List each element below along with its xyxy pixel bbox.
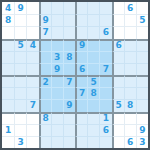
cell-r8c4[interactable]	[39, 87, 51, 99]
cell-r6c3[interactable]	[26, 63, 38, 75]
cell-r10c3[interactable]	[26, 112, 38, 124]
cell-r4c8[interactable]	[87, 39, 99, 51]
cell-r6c12[interactable]	[136, 63, 148, 75]
cell-r9c12[interactable]	[136, 99, 148, 111]
cell-r5c4[interactable]	[39, 51, 51, 63]
cell-r12c7[interactable]	[75, 136, 87, 148]
given-digit: 5	[115, 101, 121, 110]
given-digit: 8	[42, 114, 48, 123]
cell-r7c9[interactable]	[99, 75, 111, 87]
cell-r1c2[interactable]: 9	[14, 2, 26, 14]
given-digit: 9	[18, 4, 24, 13]
cell-r7c3[interactable]	[26, 75, 38, 87]
cell-r8c12[interactable]	[136, 87, 148, 99]
cell-r5c11[interactable]	[124, 51, 136, 63]
given-digit: 1	[103, 114, 109, 123]
given-digit: 1	[5, 126, 11, 135]
cell-r8c6[interactable]	[63, 87, 75, 99]
cell-r9c3[interactable]: 7	[26, 99, 38, 111]
cell-r10c12[interactable]	[136, 112, 148, 124]
cell-r5c3[interactable]	[26, 51, 38, 63]
cell-r2c7[interactable]	[75, 14, 87, 26]
cell-r2c9[interactable]	[99, 14, 111, 26]
given-digit: 6	[79, 65, 85, 74]
cell-r2c11[interactable]	[124, 14, 136, 26]
cell-r6c11[interactable]	[124, 63, 136, 75]
given-digit: 4	[30, 41, 36, 50]
cell-r8c7[interactable]: 7	[75, 87, 87, 99]
cell-r6c9[interactable]: 7	[99, 63, 111, 75]
cell-r2c8[interactable]	[87, 14, 99, 26]
given-digit: 6	[127, 138, 133, 147]
cell-r9c7[interactable]	[75, 99, 87, 111]
cell-r8c3[interactable]	[26, 87, 38, 99]
cell-r11c3[interactable]	[26, 124, 38, 136]
cell-r10c2[interactable]	[14, 112, 26, 124]
cell-r1c9[interactable]	[99, 2, 111, 14]
cell-r8c2[interactable]	[14, 87, 26, 99]
cell-r3c7[interactable]	[75, 26, 87, 38]
cell-r3c11[interactable]	[124, 26, 136, 38]
cell-r2c2[interactable]	[14, 14, 26, 26]
cell-r10c11[interactable]	[124, 112, 136, 124]
cell-r3c1[interactable]	[2, 26, 14, 38]
given-digit: 6	[103, 126, 109, 135]
cell-r3c5[interactable]	[51, 26, 63, 38]
cell-r8c10[interactable]	[112, 87, 124, 99]
given-digit: 9	[66, 101, 72, 110]
cell-r3c9[interactable]: 6	[99, 26, 111, 38]
given-digit: 6	[127, 4, 133, 13]
cell-r1c11[interactable]: 6	[124, 2, 136, 14]
cell-r8c8[interactable]: 8	[87, 87, 99, 99]
cell-r4c3[interactable]: 4	[26, 39, 38, 51]
cell-r11c10[interactable]	[112, 124, 124, 136]
given-digit: 7	[79, 89, 85, 98]
given-digit: 7	[42, 28, 48, 37]
cell-r2c3[interactable]	[26, 14, 38, 26]
cell-r6c8[interactable]	[87, 63, 99, 75]
given-digit: 6	[103, 28, 109, 37]
given-digit: 8	[66, 53, 72, 62]
cell-r5c6[interactable]: 8	[63, 51, 75, 63]
cell-r9c5[interactable]	[51, 99, 63, 111]
cell-r1c12[interactable]	[136, 2, 148, 14]
cell-r12c9[interactable]	[99, 136, 111, 148]
cell-r11c2[interactable]	[14, 124, 26, 136]
given-digit: 6	[115, 41, 121, 50]
cell-r2c12[interactable]: 5	[136, 14, 148, 26]
given-digit: 9	[42, 16, 48, 25]
cell-r6c6[interactable]	[63, 63, 75, 75]
given-digit: 9	[54, 65, 60, 74]
cell-r11c5[interactable]	[51, 124, 63, 136]
cell-r10c8[interactable]	[87, 112, 99, 124]
given-digit: 4	[5, 4, 11, 13]
given-digit: 7	[66, 78, 72, 87]
sudoku-board: 4968957654963896727578795881169363	[0, 0, 150, 150]
cell-r1c10[interactable]	[112, 2, 124, 14]
cell-r11c6[interactable]	[63, 124, 75, 136]
cell-r1c1[interactable]: 4	[2, 2, 14, 14]
cell-r12c1[interactable]	[2, 136, 14, 148]
cell-r2c5[interactable]	[51, 14, 63, 26]
given-digit: 9	[139, 126, 145, 135]
cell-r7c12[interactable]	[136, 75, 148, 87]
cell-r11c7[interactable]	[75, 124, 87, 136]
cell-r9c11[interactable]: 8	[124, 99, 136, 111]
given-digit: 2	[42, 78, 48, 87]
cell-r9c9[interactable]	[99, 99, 111, 111]
cell-r4c4[interactable]	[39, 39, 51, 51]
cell-r4c2[interactable]: 5	[14, 39, 26, 51]
cell-r12c4[interactable]	[39, 136, 51, 148]
cell-r12c11[interactable]: 6	[124, 136, 136, 148]
cell-r12c12[interactable]: 3	[136, 136, 148, 148]
cell-r4c10[interactable]: 6	[112, 39, 124, 51]
given-digit: 7	[103, 65, 109, 74]
cell-r12c8[interactable]	[87, 136, 99, 148]
cell-r11c11[interactable]	[124, 124, 136, 136]
cell-r2c1[interactable]: 8	[2, 14, 14, 26]
cell-r12c5[interactable]	[51, 136, 63, 148]
cell-r4c6[interactable]	[63, 39, 75, 51]
cell-r4c12[interactable]	[136, 39, 148, 51]
cell-r9c6[interactable]: 9	[63, 99, 75, 111]
cell-r12c3[interactable]	[26, 136, 38, 148]
cell-r3c6[interactable]	[63, 26, 75, 38]
cell-r11c4[interactable]	[39, 124, 51, 136]
cell-r12c10[interactable]	[112, 136, 124, 148]
given-digit: 5	[18, 41, 24, 50]
cell-r4c1[interactable]	[2, 39, 14, 51]
cell-r7c2[interactable]	[14, 75, 26, 87]
cell-r1c8[interactable]	[87, 2, 99, 14]
given-digit: 8	[5, 16, 11, 25]
cell-r10c5[interactable]	[51, 112, 63, 124]
cell-r9c2[interactable]	[14, 99, 26, 111]
cell-r7c1[interactable]	[2, 75, 14, 87]
cell-r1c6[interactable]	[63, 2, 75, 14]
cell-r7c5[interactable]	[51, 75, 63, 87]
cell-r7c6[interactable]: 7	[63, 75, 75, 87]
cell-r1c4[interactable]	[39, 2, 51, 14]
given-digit: 7	[30, 101, 36, 110]
cell-r5c2[interactable]	[14, 51, 26, 63]
cell-r8c11[interactable]	[124, 87, 136, 99]
cell-r1c7[interactable]	[75, 2, 87, 14]
given-digit: 5	[91, 78, 97, 87]
cell-r7c10[interactable]	[112, 75, 124, 87]
cell-r6c4[interactable]	[39, 63, 51, 75]
given-digit: 8	[91, 89, 97, 98]
given-digit: 3	[139, 138, 145, 147]
cell-r5c1[interactable]	[2, 51, 14, 63]
cell-r8c1[interactable]	[2, 87, 14, 99]
cell-r6c10[interactable]	[112, 63, 124, 75]
cell-r6c7[interactable]: 6	[75, 63, 87, 75]
cell-r5c8[interactable]	[87, 51, 99, 63]
cell-r3c12[interactable]	[136, 26, 148, 38]
cell-r11c9[interactable]: 6	[99, 124, 111, 136]
cell-r8c5[interactable]	[51, 87, 63, 99]
cell-r7c8[interactable]: 5	[87, 75, 99, 87]
cell-r11c12[interactable]: 9	[136, 124, 148, 136]
cell-r6c2[interactable]	[14, 63, 26, 75]
cell-r12c2[interactable]: 3	[14, 136, 26, 148]
cell-r7c4[interactable]: 2	[39, 75, 51, 87]
given-digit: 8	[127, 101, 133, 110]
cell-r3c4[interactable]: 7	[39, 26, 51, 38]
cell-r9c1[interactable]	[2, 99, 14, 111]
cell-r9c10[interactable]: 5	[112, 99, 124, 111]
given-digit: 9	[79, 41, 85, 50]
cell-r3c10[interactable]	[112, 26, 124, 38]
given-digit: 3	[54, 53, 60, 62]
cell-r10c7[interactable]	[75, 112, 87, 124]
cell-r6c5[interactable]: 9	[51, 63, 63, 75]
cell-r4c7[interactable]: 9	[75, 39, 87, 51]
cell-r11c8[interactable]	[87, 124, 99, 136]
cell-r5c10[interactable]	[112, 51, 124, 63]
cell-r11c1[interactable]: 1	[2, 124, 14, 136]
cell-r3c8[interactable]	[87, 26, 99, 38]
cell-r7c11[interactable]	[124, 75, 136, 87]
given-digit: 5	[139, 16, 145, 25]
cell-r8c9[interactable]	[99, 87, 111, 99]
cell-r3c3[interactable]	[26, 26, 38, 38]
cell-r1c5[interactable]	[51, 2, 63, 14]
given-digit: 3	[18, 138, 24, 147]
cell-r6c1[interactable]	[2, 63, 14, 75]
cell-r7c7[interactable]	[75, 75, 87, 87]
cell-r4c9[interactable]	[99, 39, 111, 51]
cell-r5c7[interactable]	[75, 51, 87, 63]
cell-r3c2[interactable]	[14, 26, 26, 38]
cell-r9c8[interactable]	[87, 99, 99, 111]
cell-r1c3[interactable]	[26, 2, 38, 14]
cell-r12c6[interactable]	[63, 136, 75, 148]
cell-r5c9[interactable]	[99, 51, 111, 63]
cell-r2c4[interactable]: 9	[39, 14, 51, 26]
cell-r2c10[interactable]	[112, 14, 124, 26]
cell-r2c6[interactable]	[63, 14, 75, 26]
cell-r9c4[interactable]	[39, 99, 51, 111]
cell-r10c4[interactable]: 8	[39, 112, 51, 124]
cell-r10c6[interactable]	[63, 112, 75, 124]
cell-r4c5[interactable]	[51, 39, 63, 51]
cell-r5c12[interactable]	[136, 51, 148, 63]
cell-r4c11[interactable]	[124, 39, 136, 51]
cell-r10c10[interactable]	[112, 112, 124, 124]
cell-r10c1[interactable]	[2, 112, 14, 124]
cell-r10c9[interactable]: 1	[99, 112, 111, 124]
cell-r5c5[interactable]: 3	[51, 51, 63, 63]
